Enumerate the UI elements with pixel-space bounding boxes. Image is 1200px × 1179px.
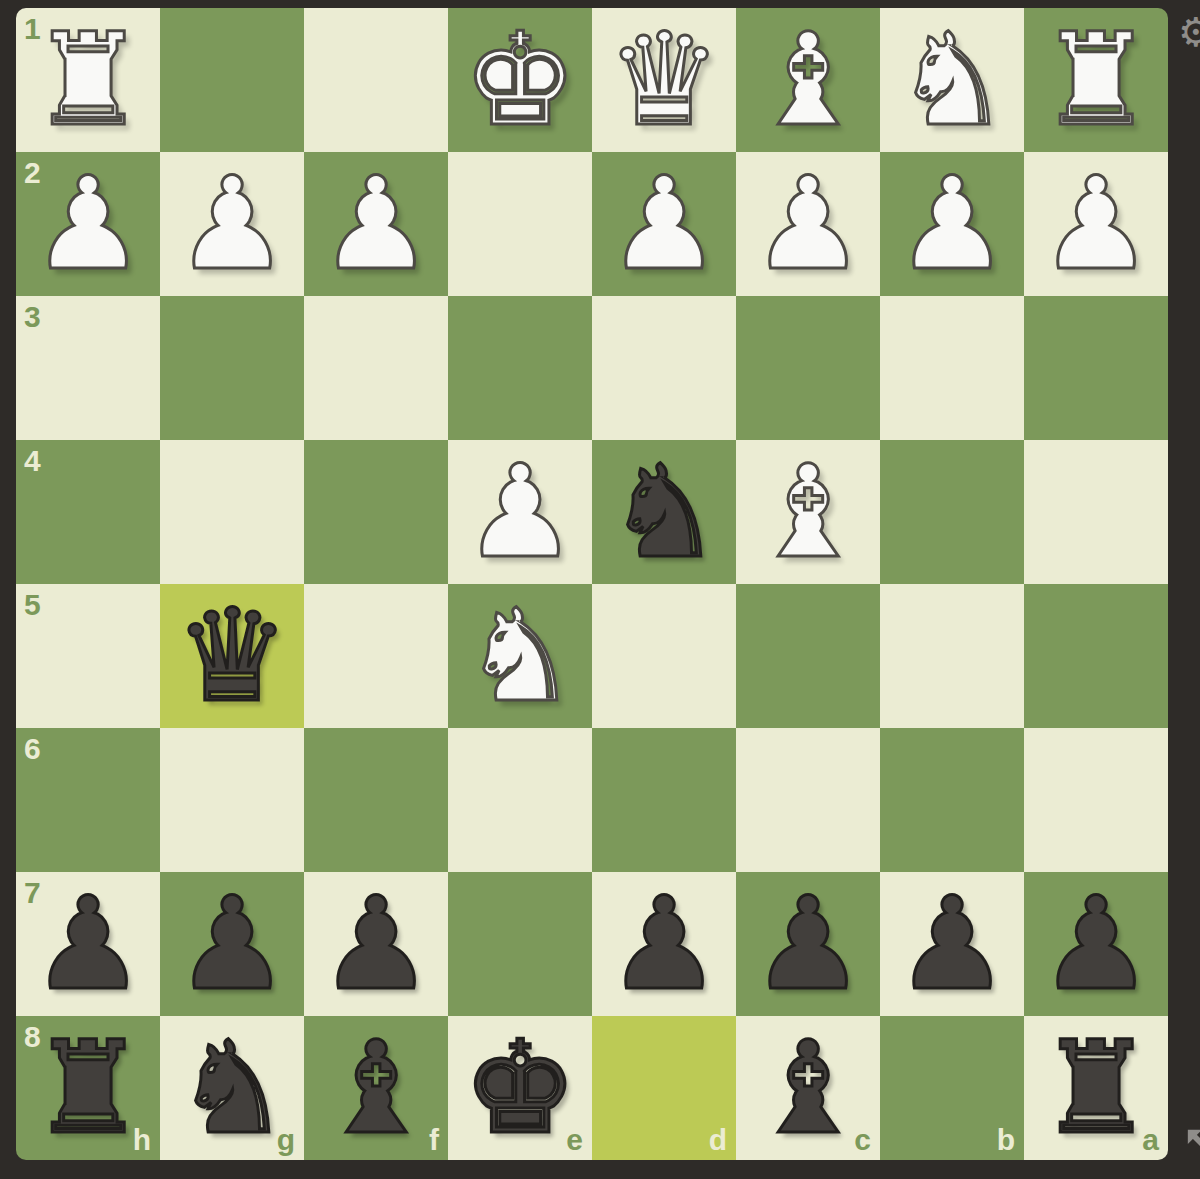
rank-label-5: 5: [24, 590, 41, 620]
square-f7[interactable]: ♟: [304, 872, 448, 1016]
square-c4[interactable]: ♝: [736, 440, 880, 584]
white-pawn[interactable]: ♟: [304, 152, 448, 296]
square-h7[interactable]: 7♟: [16, 872, 160, 1016]
square-c3[interactable]: [736, 296, 880, 440]
black-pawn[interactable]: ♟: [880, 872, 1024, 1016]
white-bishop[interactable]: ♝: [736, 8, 880, 152]
rank-label-4: 4: [24, 446, 41, 476]
square-d6[interactable]: [592, 728, 736, 872]
square-a1[interactable]: ♜: [1024, 8, 1168, 152]
board-resize-icon[interactable]: [1182, 1124, 1200, 1164]
square-g2[interactable]: ♟: [160, 152, 304, 296]
black-knight[interactable]: ♞: [592, 440, 736, 584]
square-a5[interactable]: [1024, 584, 1168, 728]
square-a4[interactable]: [1024, 440, 1168, 584]
square-f2[interactable]: ♟: [304, 152, 448, 296]
chess-board: 1♜♚♛♝♞♜2♟♟♟♟♟♟♟34♟♞♝5♛♞67♟♟♟♟♟♟♟8h♜g♞f♝e…: [16, 8, 1168, 1160]
square-e4[interactable]: ♟: [448, 440, 592, 584]
square-b7[interactable]: ♟: [880, 872, 1024, 1016]
black-rook[interactable]: ♜: [1024, 1016, 1168, 1160]
square-f3[interactable]: [304, 296, 448, 440]
black-knight[interactable]: ♞: [160, 1016, 304, 1160]
black-rook[interactable]: ♜: [16, 1016, 160, 1160]
square-g7[interactable]: ♟: [160, 872, 304, 1016]
square-d5[interactable]: [592, 584, 736, 728]
square-e2[interactable]: [448, 152, 592, 296]
page-background: { "game": "chess", "position": { "fen": …: [0, 0, 1200, 1179]
square-c6[interactable]: [736, 728, 880, 872]
diagonal-arrows-glyph: [1182, 1124, 1200, 1164]
square-d3[interactable]: [592, 296, 736, 440]
black-bishop[interactable]: ♝: [304, 1016, 448, 1160]
square-b2[interactable]: ♟: [880, 152, 1024, 296]
square-a7[interactable]: ♟: [1024, 872, 1168, 1016]
settings-gear-icon[interactable]: ⚙: [1178, 10, 1200, 54]
square-g8[interactable]: g♞: [160, 1016, 304, 1160]
white-pawn[interactable]: ♟: [448, 440, 592, 584]
square-a3[interactable]: [1024, 296, 1168, 440]
square-b1[interactable]: ♞: [880, 8, 1024, 152]
black-bishop[interactable]: ♝: [736, 1016, 880, 1160]
white-pawn[interactable]: ♟: [16, 152, 160, 296]
white-pawn[interactable]: ♟: [880, 152, 1024, 296]
square-e1[interactable]: ♚: [448, 8, 592, 152]
square-h5[interactable]: 5: [16, 584, 160, 728]
white-rook[interactable]: ♜: [16, 8, 160, 152]
square-c5[interactable]: [736, 584, 880, 728]
white-pawn[interactable]: ♟: [160, 152, 304, 296]
white-pawn[interactable]: ♟: [736, 152, 880, 296]
white-pawn[interactable]: ♟: [592, 152, 736, 296]
white-knight[interactable]: ♞: [448, 584, 592, 728]
rank-label-3: 3: [24, 302, 41, 332]
square-f4[interactable]: [304, 440, 448, 584]
square-d4[interactable]: ♞: [592, 440, 736, 584]
square-e6[interactable]: [448, 728, 592, 872]
square-b5[interactable]: [880, 584, 1024, 728]
square-g4[interactable]: [160, 440, 304, 584]
white-rook[interactable]: ♜: [1024, 8, 1168, 152]
square-h8[interactable]: 8h♜: [16, 1016, 160, 1160]
square-f8[interactable]: f♝: [304, 1016, 448, 1160]
square-d7[interactable]: ♟: [592, 872, 736, 1016]
rank-label-6: 6: [24, 734, 41, 764]
black-pawn[interactable]: ♟: [1024, 872, 1168, 1016]
white-knight[interactable]: ♞: [880, 8, 1024, 152]
square-b3[interactable]: [880, 296, 1024, 440]
square-f5[interactable]: [304, 584, 448, 728]
square-d1[interactable]: ♛: [592, 8, 736, 152]
square-a2[interactable]: ♟: [1024, 152, 1168, 296]
square-g3[interactable]: [160, 296, 304, 440]
square-f6[interactable]: [304, 728, 448, 872]
square-g5[interactable]: ♛: [160, 584, 304, 728]
square-c2[interactable]: ♟: [736, 152, 880, 296]
black-pawn[interactable]: ♟: [16, 872, 160, 1016]
white-pawn[interactable]: ♟: [1024, 152, 1168, 296]
square-b8[interactable]: b: [880, 1016, 1024, 1160]
square-a6[interactable]: [1024, 728, 1168, 872]
square-h2[interactable]: 2♟: [16, 152, 160, 296]
square-e8[interactable]: e♚: [448, 1016, 592, 1160]
square-e5[interactable]: ♞: [448, 584, 592, 728]
white-queen[interactable]: ♛: [592, 8, 736, 152]
square-h4[interactable]: 4: [16, 440, 160, 584]
file-label-b: b: [997, 1125, 1015, 1155]
square-g1[interactable]: [160, 8, 304, 152]
square-h6[interactable]: 6: [16, 728, 160, 872]
black-pawn[interactable]: ♟: [304, 872, 448, 1016]
square-c7[interactable]: ♟: [736, 872, 880, 1016]
black-pawn[interactable]: ♟: [160, 872, 304, 1016]
black-pawn[interactable]: ♟: [736, 872, 880, 1016]
square-c1[interactable]: ♝: [736, 8, 880, 152]
square-e3[interactable]: [448, 296, 592, 440]
square-h3[interactable]: 3: [16, 296, 160, 440]
black-king[interactable]: ♚: [448, 1016, 592, 1160]
white-bishop[interactable]: ♝: [736, 440, 880, 584]
square-h1[interactable]: 1♜: [16, 8, 160, 152]
square-b6[interactable]: [880, 728, 1024, 872]
square-d8[interactable]: d: [592, 1016, 736, 1160]
square-d2[interactable]: ♟: [592, 152, 736, 296]
square-c8[interactable]: c♝: [736, 1016, 880, 1160]
white-king[interactable]: ♚: [448, 8, 592, 152]
square-g6[interactable]: [160, 728, 304, 872]
black-queen[interactable]: ♛: [160, 584, 304, 728]
square-e7[interactable]: [448, 872, 592, 1016]
square-f1[interactable]: [304, 8, 448, 152]
square-b4[interactable]: [880, 440, 1024, 584]
square-a8[interactable]: a♜: [1024, 1016, 1168, 1160]
black-pawn[interactable]: ♟: [592, 872, 736, 1016]
file-label-d: d: [709, 1125, 727, 1155]
